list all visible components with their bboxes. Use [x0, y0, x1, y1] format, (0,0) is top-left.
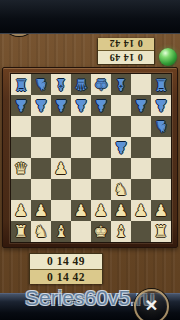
square-d8[interactable]: ♛ [71, 74, 91, 95]
square-e2[interactable]: ♟ [91, 200, 111, 221]
square-h6[interactable]: ♞ [151, 116, 171, 137]
piece-wr: ♜ [14, 221, 28, 242]
square-d3[interactable] [71, 179, 91, 200]
square-b3[interactable] [31, 179, 51, 200]
clock-time-black: 0 14 42 [30, 269, 102, 284]
piece-wq: ♛ [14, 158, 28, 179]
square-f4[interactable] [111, 158, 131, 179]
app-screen: ✕ 0 14 49 0 14 42 ♜♞♝♛♚♝♜♟♟♟♟♟♟♟♞♟♛♟♞♟♟♟… [0, 0, 180, 320]
square-f8[interactable]: ♝ [111, 74, 131, 95]
piece-wb: ♝ [54, 221, 68, 242]
piece-bp: ♟ [94, 95, 108, 116]
square-e3[interactable] [91, 179, 111, 200]
square-c6[interactable] [51, 116, 71, 137]
square-d7[interactable]: ♟ [71, 95, 91, 116]
close-icon: ✕ [145, 297, 158, 314]
square-g5[interactable] [131, 137, 151, 158]
square-c2[interactable] [51, 200, 71, 221]
square-a3[interactable] [11, 179, 31, 200]
square-f6[interactable] [111, 116, 131, 137]
piece-wr: ♜ [154, 221, 168, 242]
square-e5[interactable] [91, 137, 111, 158]
piece-bp: ♟ [134, 95, 148, 116]
clock-time-white: 0 14 49 [30, 254, 102, 269]
square-g7[interactable]: ♟ [131, 95, 151, 116]
square-g3[interactable] [131, 179, 151, 200]
square-a7[interactable]: ♟ [11, 95, 31, 116]
piece-bb: ♝ [54, 74, 68, 95]
piece-wp: ♟ [54, 158, 68, 179]
square-h5[interactable] [151, 137, 171, 158]
square-b8[interactable]: ♞ [31, 74, 51, 95]
square-a4[interactable]: ♛ [11, 158, 31, 179]
piece-bp: ♟ [114, 137, 128, 158]
square-b2[interactable]: ♟ [31, 200, 51, 221]
square-e8[interactable]: ♚ [91, 74, 111, 95]
clock-time-black: 0 14 42 [98, 38, 154, 51]
piece-wp: ♟ [154, 200, 168, 221]
piece-wk: ♚ [94, 221, 108, 242]
piece-bq: ♛ [74, 74, 88, 95]
piece-br: ♜ [154, 74, 168, 95]
clock-time-white: 0 14 49 [98, 51, 154, 64]
square-d2[interactable]: ♟ [71, 200, 91, 221]
square-f7[interactable] [111, 95, 131, 116]
piece-bp: ♟ [14, 95, 28, 116]
square-h4[interactable] [151, 158, 171, 179]
square-b6[interactable] [31, 116, 51, 137]
square-f3[interactable]: ♞ [111, 179, 131, 200]
square-a1[interactable]: ♜ [11, 221, 31, 242]
piece-bp: ♟ [154, 95, 168, 116]
piece-wn: ♞ [34, 221, 48, 242]
square-b1[interactable]: ♞ [31, 221, 51, 242]
piece-wp: ♟ [94, 200, 108, 221]
close-button-bottom[interactable]: ✕ [134, 289, 169, 320]
piece-bp: ♟ [34, 95, 48, 116]
square-g2[interactable]: ♟ [131, 200, 151, 221]
square-a2[interactable]: ♟ [11, 200, 31, 221]
square-e4[interactable] [91, 158, 111, 179]
square-h7[interactable]: ♟ [151, 95, 171, 116]
piece-wp: ♟ [134, 200, 148, 221]
chess-board: ♜♞♝♛♚♝♜♟♟♟♟♟♟♟♞♟♛♟♞♟♟♟♟♟♟♟♜♞♝♚♝♜ [2, 67, 178, 248]
piece-wn: ♞ [114, 179, 128, 200]
square-g4[interactable] [131, 158, 151, 179]
square-b7[interactable]: ♟ [31, 95, 51, 116]
square-f1[interactable]: ♝ [111, 221, 131, 242]
player-clock: 0 14 49 0 14 42 [29, 253, 103, 284]
piece-bp: ♟ [54, 95, 68, 116]
square-c4[interactable]: ♟ [51, 158, 71, 179]
piece-wp: ♟ [34, 200, 48, 221]
square-h2[interactable]: ♟ [151, 200, 171, 221]
square-g8[interactable] [131, 74, 151, 95]
square-c3[interactable] [51, 179, 71, 200]
square-d6[interactable] [71, 116, 91, 137]
square-c8[interactable]: ♝ [51, 74, 71, 95]
square-b4[interactable] [31, 158, 51, 179]
square-c1[interactable]: ♝ [51, 221, 71, 242]
piece-wp: ♟ [74, 200, 88, 221]
square-f5[interactable]: ♟ [111, 137, 131, 158]
square-h1[interactable]: ♜ [151, 221, 171, 242]
top-bar [0, 0, 180, 34]
square-e6[interactable] [91, 116, 111, 137]
square-g1[interactable] [131, 221, 151, 242]
square-h8[interactable]: ♜ [151, 74, 171, 95]
square-a6[interactable] [11, 116, 31, 137]
opponent-clock: 0 14 49 0 14 42 [97, 39, 155, 65]
piece-bn: ♞ [34, 74, 48, 95]
piece-wb: ♝ [114, 221, 128, 242]
piece-bb: ♝ [114, 74, 128, 95]
square-a8[interactable]: ♜ [11, 74, 31, 95]
piece-wp: ♟ [114, 200, 128, 221]
piece-wp: ♟ [14, 200, 28, 221]
piece-bp: ♟ [74, 95, 88, 116]
turn-indicator-light [159, 48, 177, 66]
square-g6[interactable] [131, 116, 151, 137]
square-c5[interactable] [51, 137, 71, 158]
square-c7[interactable]: ♟ [51, 95, 71, 116]
square-e1[interactable]: ♚ [91, 221, 111, 242]
square-e7[interactable]: ♟ [91, 95, 111, 116]
square-f2[interactable]: ♟ [111, 200, 131, 221]
piece-bn: ♞ [154, 116, 168, 137]
square-d4[interactable] [71, 158, 91, 179]
board-grid: ♜♞♝♛♚♝♜♟♟♟♟♟♟♟♞♟♛♟♞♟♟♟♟♟♟♟♜♞♝♚♝♜ [11, 74, 171, 242]
piece-br: ♜ [14, 74, 28, 95]
square-d1[interactable] [71, 221, 91, 242]
square-d5[interactable] [71, 137, 91, 158]
square-h3[interactable] [151, 179, 171, 200]
piece-bk: ♚ [94, 74, 108, 95]
square-a5[interactable] [11, 137, 31, 158]
square-b5[interactable] [31, 137, 51, 158]
